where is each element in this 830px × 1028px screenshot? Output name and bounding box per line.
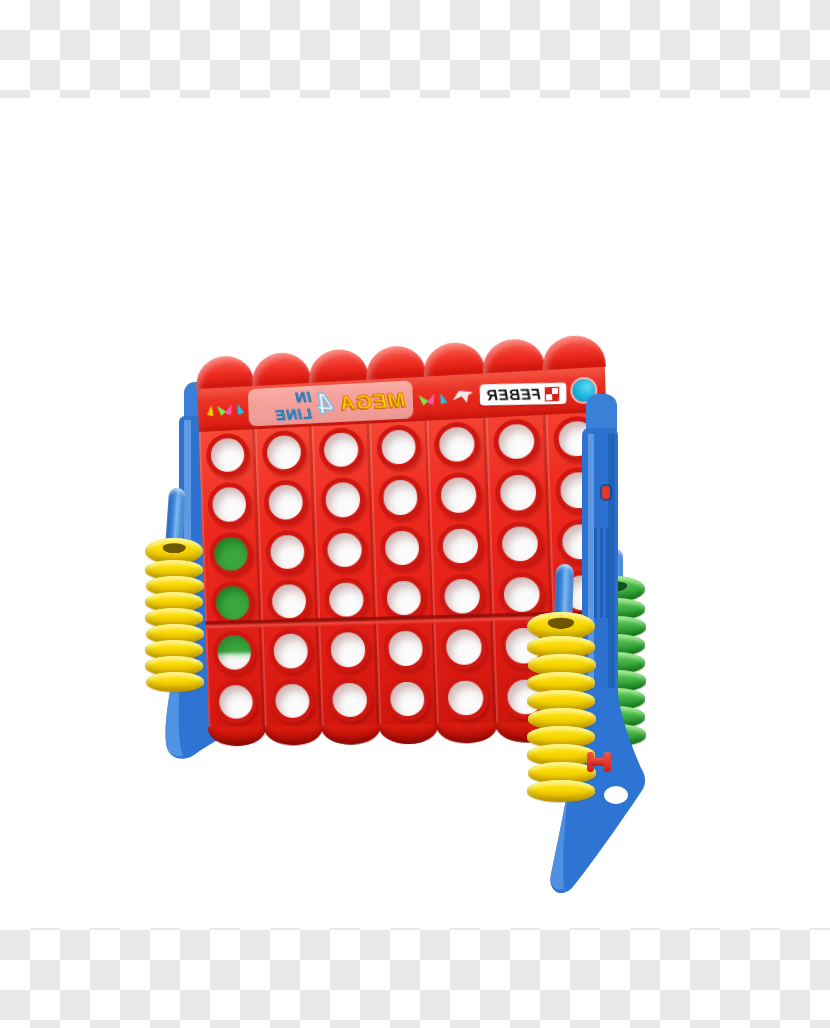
board-cell-r4c2 <box>318 624 377 675</box>
title-four: 4 <box>316 389 334 420</box>
red-latch-dot <box>602 486 610 499</box>
scallop-bump <box>308 348 368 383</box>
board-cell-r1c5 <box>488 466 550 519</box>
board-cell-r5c0 <box>207 677 265 727</box>
board-cell-r1c2 <box>313 474 372 526</box>
title-sticker: MEGA 4 IN LINE <box>248 380 414 426</box>
hole-with-green-disc-behind <box>212 630 256 674</box>
empty-hole <box>265 529 310 574</box>
brand-circle-icon <box>573 379 596 403</box>
scallop-bump <box>378 724 439 745</box>
scallop-bump <box>264 725 323 746</box>
hole-with-green-disc-behind <box>209 531 253 576</box>
empty-hole <box>261 430 306 476</box>
board-cell-r2c0 <box>202 528 260 579</box>
feber-flower-icon <box>545 386 559 400</box>
product-photo-white-area: FEBER MEGA 4 IN LINE <box>0 98 830 928</box>
confetti-icons <box>419 392 446 404</box>
empty-hole <box>438 523 485 569</box>
board-cell-r4c0 <box>205 627 263 678</box>
board-cell-r2c2 <box>315 524 374 576</box>
board-cell-r1c6 <box>548 463 610 517</box>
scallop-bump <box>321 724 381 745</box>
empty-hole <box>436 472 483 518</box>
board-cell-r0c5 <box>486 415 548 469</box>
empty-hole <box>381 575 427 621</box>
board-cell-r2c6 <box>549 515 612 568</box>
empty-hole <box>322 527 367 573</box>
empty-hole <box>268 629 313 674</box>
scallop-bump <box>251 351 311 386</box>
yellow-disc-stack-right <box>527 612 597 802</box>
transparency-checkerboard-background: FEBER MEGA 4 IN LINE <box>0 0 830 1028</box>
board-cell-r4c1 <box>261 626 319 677</box>
empty-hole <box>441 624 488 670</box>
empty-hole <box>557 518 605 565</box>
yellow-disc <box>527 780 595 802</box>
board-cell-r5c3 <box>377 673 437 724</box>
empty-hole <box>263 479 308 524</box>
confetti-icons <box>207 403 242 416</box>
red-locking-knob <box>587 752 611 772</box>
empty-hole <box>376 424 422 470</box>
feber-logo-sticker: FEBER <box>480 382 567 405</box>
board-cell-r1c3 <box>370 471 430 524</box>
empty-hole <box>320 477 365 523</box>
board-cell-r4c3 <box>376 623 436 675</box>
empty-hole <box>327 677 372 722</box>
title-in-line: IN LINE <box>255 388 312 424</box>
empty-hole <box>270 678 315 723</box>
title-mega: MEGA <box>339 388 406 415</box>
brand-name: FEBER <box>487 385 541 403</box>
arrow-decoration-icon <box>451 387 476 407</box>
board-cell-r5c2 <box>320 674 379 725</box>
empty-hole <box>495 469 542 516</box>
empty-hole <box>439 573 486 619</box>
board-cell-r0c2 <box>311 424 370 477</box>
hole-with-green-disc-behind <box>211 581 255 626</box>
empty-hole <box>377 474 423 520</box>
empty-hole <box>553 415 601 462</box>
board-cell-r1c1 <box>256 476 314 528</box>
board-cell-r0c6 <box>546 412 608 466</box>
empty-hole <box>267 579 312 624</box>
leg-arch-notch <box>604 786 628 804</box>
board-cell-r1c0 <box>200 479 258 531</box>
board-cell-r1c4 <box>429 469 490 522</box>
empty-hole <box>498 572 545 618</box>
empty-hole <box>207 482 251 527</box>
board-cell-r0c4 <box>427 418 488 471</box>
empty-hole <box>443 675 490 720</box>
board-cell-r2c5 <box>489 517 551 570</box>
empty-hole <box>497 520 544 567</box>
board-cell-r2c3 <box>372 522 432 574</box>
empty-hole <box>379 525 425 571</box>
board-cell-r0c1 <box>255 426 313 478</box>
board-cell-r0c0 <box>199 429 257 481</box>
empty-hole <box>434 421 481 468</box>
yellow-disc-stack-left <box>145 538 205 692</box>
empty-hole <box>214 680 258 724</box>
scallop-bump <box>423 341 485 377</box>
empty-hole <box>323 577 368 622</box>
empty-hole <box>325 627 370 672</box>
empty-hole <box>384 676 430 721</box>
scallop-bump <box>542 334 606 370</box>
scallop-bump <box>365 345 426 380</box>
board-cell-r0c3 <box>369 421 429 474</box>
scallop-bump <box>195 355 254 390</box>
empty-hole <box>318 427 363 473</box>
board-cell-r5c1 <box>263 675 321 726</box>
board-cell-r5c4 <box>436 672 497 724</box>
empty-hole <box>383 626 429 671</box>
empty-hole <box>555 467 603 514</box>
empty-hole <box>493 418 540 465</box>
scallop-bump <box>482 338 545 374</box>
yellow-disc <box>146 672 204 692</box>
empty-hole <box>206 433 250 478</box>
board-cell-r2c1 <box>258 526 316 578</box>
board-cell-r2c4 <box>430 519 491 572</box>
board-cell-r4c4 <box>434 621 495 673</box>
scallop-bump <box>208 726 267 746</box>
scallop-bump <box>436 723 498 744</box>
